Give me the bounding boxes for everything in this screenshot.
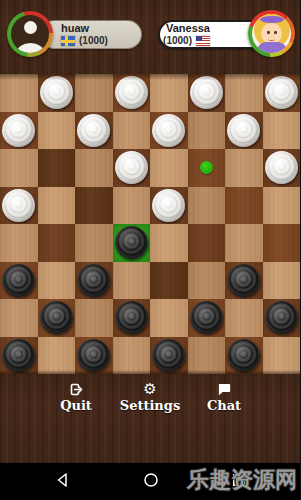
square-r2c2[interactable] (38, 112, 76, 150)
home-circle-icon[interactable] (142, 471, 160, 489)
square-r5c5[interactable] (150, 224, 188, 262)
square-r2c6[interactable] (188, 112, 226, 150)
person-silhouette-icon (11, 15, 49, 53)
square-r8c5[interactable] (150, 337, 188, 375)
square-r4c5[interactable] (150, 187, 188, 225)
white-piece[interactable] (2, 114, 35, 147)
black-piece[interactable] (77, 339, 110, 372)
white-piece[interactable] (265, 76, 298, 109)
white-piece[interactable] (40, 76, 73, 109)
square-r5c3[interactable] (75, 224, 113, 262)
white-piece[interactable] (77, 114, 110, 147)
settings-label: Settings (120, 398, 180, 413)
square-r2c3[interactable] (75, 112, 113, 150)
square-r4c8[interactable] (263, 187, 301, 225)
square-r7c5[interactable] (150, 299, 188, 337)
white-piece[interactable] (2, 189, 35, 222)
black-piece[interactable] (115, 226, 148, 259)
quit-button[interactable]: Quit (48, 381, 104, 413)
square-r7c3[interactable] (75, 299, 113, 337)
square-r3c8[interactable] (263, 149, 301, 187)
square-r6c7[interactable] (225, 262, 263, 300)
square-r5c1[interactable] (0, 224, 38, 262)
black-piece[interactable] (152, 339, 185, 372)
white-piece[interactable] (152, 114, 185, 147)
bottom-menu: Quit ⚙ Settings Chat (0, 374, 300, 463)
player-right-name: Vanessa (166, 22, 210, 35)
square-r4c1[interactable] (0, 187, 38, 225)
girl-avatar-icon (252, 14, 291, 53)
square-r8c4[interactable] (113, 337, 151, 375)
square-r2c5[interactable] (150, 112, 188, 150)
square-r1c6[interactable] (188, 74, 226, 112)
square-r5c7[interactable] (225, 224, 263, 262)
square-r8c2[interactable] (38, 337, 76, 375)
square-r8c6[interactable] (188, 337, 226, 375)
checkers-board (0, 74, 300, 374)
square-r5c8[interactable] (263, 224, 301, 262)
square-r7c4[interactable] (113, 299, 151, 337)
square-r4c3[interactable] (75, 187, 113, 225)
square-r1c1[interactable] (0, 74, 38, 112)
player-left-pill: huaw (1000) (40, 20, 142, 49)
black-piece[interactable] (115, 301, 148, 334)
square-r6c6[interactable] (188, 262, 226, 300)
square-r2c4[interactable] (113, 112, 151, 150)
white-piece[interactable] (190, 76, 223, 109)
square-r7c2[interactable] (38, 299, 76, 337)
square-r3c5[interactable] (150, 149, 188, 187)
square-r7c8[interactable] (263, 299, 301, 337)
player-bar: huaw (1000) Vanessa (1000) (0, 0, 300, 74)
square-r6c1[interactable] (0, 262, 38, 300)
sweden-flag-icon (61, 36, 75, 46)
square-r4c6[interactable] (188, 187, 226, 225)
black-piece[interactable] (265, 301, 298, 334)
square-r3c3[interactable] (75, 149, 113, 187)
player-left-avatar (7, 11, 53, 57)
square-r3c2[interactable] (38, 149, 76, 187)
square-r1c3[interactable] (75, 74, 113, 112)
watermark-text: 乐趣资源网 (187, 466, 297, 494)
black-piece[interactable] (2, 264, 35, 297)
square-r6c5[interactable] (150, 262, 188, 300)
chat-button[interactable]: Chat (196, 381, 252, 413)
square-r8c1[interactable] (0, 337, 38, 375)
usa-flag-icon (196, 36, 210, 46)
square-r8c3[interactable] (75, 337, 113, 375)
white-piece[interactable] (115, 151, 148, 184)
player-right-rating: (1000) (163, 35, 192, 47)
square-r7c7[interactable] (225, 299, 263, 337)
square-r6c3[interactable] (75, 262, 113, 300)
black-piece[interactable] (77, 264, 110, 297)
square-r6c4[interactable] (113, 262, 151, 300)
player-left-name: huaw (61, 22, 89, 35)
black-piece[interactable] (40, 301, 73, 334)
white-piece[interactable] (227, 114, 260, 147)
player-left-rating: (1000) (79, 35, 108, 47)
square-r6c8[interactable] (263, 262, 301, 300)
square-r6c2[interactable] (38, 262, 76, 300)
square-r1c5[interactable] (150, 74, 188, 112)
square-r4c4[interactable] (113, 187, 151, 225)
square-r2c1[interactable] (0, 112, 38, 150)
white-piece[interactable] (152, 189, 185, 222)
gear-icon: ⚙ (143, 381, 156, 397)
white-piece[interactable] (115, 76, 148, 109)
square-r2c8[interactable] (263, 112, 301, 150)
square-r3c4[interactable] (113, 149, 151, 187)
quit-label: Quit (60, 398, 92, 413)
square-r8c7[interactable] (225, 337, 263, 375)
move-target-dot[interactable] (200, 161, 213, 174)
black-piece[interactable] (227, 339, 260, 372)
square-r8c8[interactable] (263, 337, 301, 375)
exit-icon (69, 381, 84, 397)
square-r3c6[interactable] (188, 149, 226, 187)
square-r3c7[interactable] (225, 149, 263, 187)
black-piece[interactable] (2, 339, 35, 372)
white-piece[interactable] (265, 151, 298, 184)
chat-label: Chat (207, 398, 241, 413)
square-r5c4[interactable] (113, 224, 151, 262)
black-piece[interactable] (227, 264, 260, 297)
square-r1c4[interactable] (113, 74, 151, 112)
game-screen: huaw (1000) Vanessa (1000) (0, 0, 300, 500)
square-r2c7[interactable] (225, 112, 263, 150)
square-r4c7[interactable] (225, 187, 263, 225)
square-r3c1[interactable] (0, 149, 38, 187)
back-triangle-icon[interactable] (54, 471, 72, 489)
square-r7c1[interactable] (0, 299, 38, 337)
square-r4c2[interactable] (38, 187, 76, 225)
black-piece[interactable] (190, 301, 223, 334)
square-r1c8[interactable] (263, 74, 301, 112)
player-right-avatar (248, 10, 295, 57)
settings-button[interactable]: ⚙ Settings (118, 381, 182, 413)
square-r1c7[interactable] (225, 74, 263, 112)
square-r1c2[interactable] (38, 74, 76, 112)
square-r5c2[interactable] (38, 224, 76, 262)
chat-bubble-icon (217, 381, 232, 397)
square-r5c6[interactable] (188, 224, 226, 262)
square-r7c6[interactable] (188, 299, 226, 337)
